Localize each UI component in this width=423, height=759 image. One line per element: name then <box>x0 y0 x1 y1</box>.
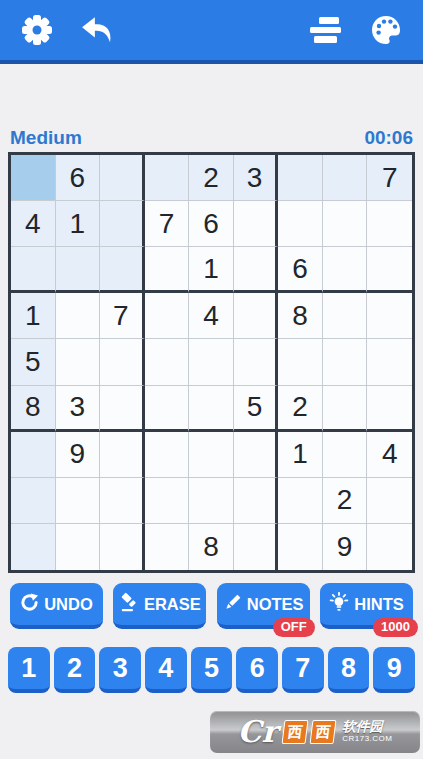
watermark-prefix: Cr <box>238 717 278 747</box>
cell-r6c8[interactable] <box>323 386 368 432</box>
cell-r5c5[interactable] <box>189 339 234 385</box>
num-button-3[interactable]: 3 <box>99 647 141 693</box>
cell-r4c3[interactable]: 7 <box>100 293 145 339</box>
cell-r7c6[interactable] <box>234 432 279 478</box>
num-button-8[interactable]: 8 <box>328 647 370 693</box>
cell-r6c6[interactable]: 5 <box>234 386 279 432</box>
cell-r1c7[interactable] <box>278 155 323 201</box>
cell-r2c8[interactable] <box>323 201 368 247</box>
cell-r5c2[interactable] <box>56 339 101 385</box>
cell-r8c7[interactable] <box>278 478 323 524</box>
cell-r1c6[interactable]: 3 <box>234 155 279 201</box>
cell-r8c1[interactable] <box>11 478 56 524</box>
cell-r3c8[interactable] <box>323 247 368 293</box>
cell-r1c9[interactable]: 7 <box>367 155 412 201</box>
cell-r5c4[interactable] <box>145 339 190 385</box>
watermark-site-url: CR173.COM <box>342 735 392 744</box>
cell-r8c3[interactable] <box>100 478 145 524</box>
cell-r5c8[interactable] <box>323 339 368 385</box>
cell-r9c3[interactable] <box>100 524 145 570</box>
cell-r9c9[interactable] <box>367 524 412 570</box>
cell-r1c1[interactable] <box>11 155 56 201</box>
cell-r5c1[interactable]: 5 <box>11 339 56 385</box>
cell-r2c6[interactable] <box>234 201 279 247</box>
cell-r7c2[interactable]: 9 <box>56 432 101 478</box>
cell-r9c5[interactable]: 8 <box>189 524 234 570</box>
num-button-7[interactable]: 7 <box>282 647 324 693</box>
numpad: 123456789 <box>0 647 423 693</box>
undo-icon <box>20 593 39 616</box>
sudoku-grid: 6237417616174858352914289 <box>8 152 415 573</box>
cell-r8c4[interactable] <box>145 478 190 524</box>
watermark: Cr 西 西 软件园 CR173.COM <box>210 711 420 753</box>
cell-r7c7[interactable]: 1 <box>278 432 323 478</box>
cell-r6c7[interactable]: 2 <box>278 386 323 432</box>
notes-label: NOTES <box>247 595 304 614</box>
cell-r1c5[interactable]: 2 <box>189 155 234 201</box>
cell-r2c3[interactable] <box>100 201 145 247</box>
cell-r9c2[interactable] <box>56 524 101 570</box>
cell-r4c8[interactable] <box>323 293 368 339</box>
cell-r3c2[interactable] <box>56 247 101 293</box>
cell-r3c5[interactable]: 1 <box>189 247 234 293</box>
cell-r6c5[interactable] <box>189 386 234 432</box>
cell-r8c5[interactable] <box>189 478 234 524</box>
cell-r4c1[interactable]: 1 <box>11 293 56 339</box>
cell-r3c6[interactable] <box>234 247 279 293</box>
status-row: Medium 00:06 <box>10 124 413 152</box>
cell-r3c3[interactable] <box>100 247 145 293</box>
cell-r2c7[interactable] <box>278 201 323 247</box>
cell-r4c2[interactable] <box>56 293 101 339</box>
settings-gear-icon[interactable] <box>20 13 54 47</box>
cell-r7c8[interactable] <box>323 432 368 478</box>
cell-r4c4[interactable] <box>145 293 190 339</box>
cell-r1c4[interactable] <box>145 155 190 201</box>
cell-r2c5[interactable]: 6 <box>189 201 234 247</box>
stats-icon[interactable] <box>309 13 343 47</box>
watermark-site-name: 软件园 <box>342 720 392 735</box>
num-button-4[interactable]: 4 <box>145 647 187 693</box>
cell-r7c5[interactable] <box>189 432 234 478</box>
cell-r8c6[interactable] <box>234 478 279 524</box>
toolbar: UNDO ERASE NOTES OFF <box>0 583 423 629</box>
cell-r6c1[interactable]: 8 <box>11 386 56 432</box>
cell-r1c2[interactable]: 6 <box>56 155 101 201</box>
cell-r6c2[interactable]: 3 <box>56 386 101 432</box>
notes-button[interactable]: NOTES OFF <box>217 583 310 629</box>
hints-button[interactable]: HINTS 1000 <box>320 583 413 629</box>
cell-r4c9[interactable] <box>367 293 412 339</box>
cell-r1c3[interactable] <box>100 155 145 201</box>
cell-r3c4[interactable] <box>145 247 190 293</box>
timer: 00:06 <box>364 127 413 149</box>
cell-r2c4[interactable]: 7 <box>145 201 190 247</box>
pencil-icon <box>223 593 242 616</box>
cell-r4c6[interactable] <box>234 293 279 339</box>
cell-r5c3[interactable] <box>100 339 145 385</box>
difficulty-label: Medium <box>10 127 82 149</box>
hints-label: HINTS <box>354 595 404 614</box>
num-button-1[interactable]: 1 <box>8 647 50 693</box>
cell-r9c6[interactable] <box>234 524 279 570</box>
cell-r1c8[interactable] <box>323 155 368 201</box>
cell-r5c6[interactable] <box>234 339 279 385</box>
cell-r2c2[interactable]: 1 <box>56 201 101 247</box>
cell-r6c9[interactable] <box>367 386 412 432</box>
cell-r3c7[interactable]: 6 <box>278 247 323 293</box>
app-bar <box>0 0 423 64</box>
notes-badge: OFF <box>273 618 315 637</box>
cell-r9c4[interactable] <box>145 524 190 570</box>
erase-icon <box>119 592 139 616</box>
cell-r9c8[interactable]: 9 <box>323 524 368 570</box>
watermark-box-2: 西 <box>310 720 337 744</box>
bulb-icon <box>329 592 349 616</box>
num-button-9[interactable]: 9 <box>373 647 415 693</box>
cell-r6c3[interactable] <box>100 386 145 432</box>
cell-r5c7[interactable] <box>278 339 323 385</box>
cell-r2c1[interactable]: 4 <box>11 201 56 247</box>
cell-r2c9[interactable] <box>367 201 412 247</box>
watermark-box-1: 西 <box>282 720 309 744</box>
erase-button[interactable]: ERASE <box>113 583 206 629</box>
palette-icon[interactable] <box>369 13 403 47</box>
cell-r8c9[interactable] <box>367 478 412 524</box>
cell-r3c9[interactable] <box>367 247 412 293</box>
cell-r7c1[interactable] <box>11 432 56 478</box>
cell-r3c1[interactable] <box>11 247 56 293</box>
cell-r4c7[interactable]: 8 <box>278 293 323 339</box>
num-button-5[interactable]: 5 <box>191 647 233 693</box>
num-button-2[interactable]: 2 <box>54 647 96 693</box>
undo-button[interactable]: UNDO <box>10 583 103 629</box>
cell-r8c8[interactable]: 2 <box>323 478 368 524</box>
erase-label: ERASE <box>144 595 201 614</box>
cell-r9c1[interactable] <box>11 524 56 570</box>
cell-r7c3[interactable] <box>100 432 145 478</box>
cell-r6c4[interactable] <box>145 386 190 432</box>
num-button-6[interactable]: 6 <box>236 647 278 693</box>
cell-r4c5[interactable]: 4 <box>189 293 234 339</box>
hints-badge: 1000 <box>373 618 418 637</box>
cell-r9c7[interactable] <box>278 524 323 570</box>
cell-r7c4[interactable] <box>145 432 190 478</box>
cell-r8c2[interactable] <box>56 478 101 524</box>
back-arrow-icon[interactable] <box>80 13 114 47</box>
undo-label: UNDO <box>44 595 93 614</box>
cell-r5c9[interactable] <box>367 339 412 385</box>
cell-r7c9[interactable]: 4 <box>367 432 412 478</box>
